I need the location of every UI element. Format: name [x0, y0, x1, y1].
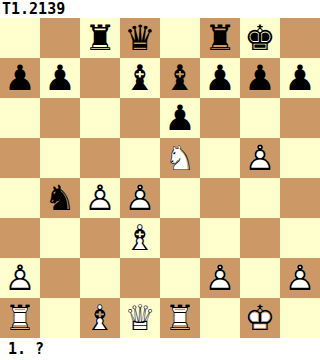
square-d2[interactable]	[120, 258, 160, 298]
black-rook-piece: ♜	[80, 18, 120, 58]
black-rook-piece: ♜	[200, 18, 240, 58]
black-queen-piece: ♛	[120, 18, 160, 58]
square-b1[interactable]	[40, 298, 80, 338]
square-c2[interactable]	[80, 258, 120, 298]
square-b2[interactable]	[40, 258, 80, 298]
square-h8[interactable]	[280, 18, 320, 58]
square-d8[interactable]: ♛	[120, 18, 160, 58]
square-d5[interactable]	[120, 138, 160, 178]
square-e3[interactable]	[160, 218, 200, 258]
square-g8[interactable]: ♚	[240, 18, 280, 58]
black-pawn-piece: ♟	[240, 58, 280, 98]
square-b4[interactable]: ♞	[40, 178, 80, 218]
square-g2[interactable]	[240, 258, 280, 298]
square-h1[interactable]	[280, 298, 320, 338]
black-pawn-piece: ♟	[160, 98, 200, 138]
square-f7[interactable]: ♟	[200, 58, 240, 98]
square-h5[interactable]	[280, 138, 320, 178]
square-c3[interactable]	[80, 218, 120, 258]
square-b6[interactable]	[40, 98, 80, 138]
square-d1[interactable]: ♛♕	[120, 298, 160, 338]
square-g4[interactable]	[240, 178, 280, 218]
square-f4[interactable]	[200, 178, 240, 218]
square-a8[interactable]	[0, 18, 40, 58]
square-c4[interactable]: ♟♙	[80, 178, 120, 218]
square-c7[interactable]	[80, 58, 120, 98]
black-bishop-piece: ♝	[120, 58, 160, 98]
square-a6[interactable]	[0, 98, 40, 138]
square-e1[interactable]: ♜♖	[160, 298, 200, 338]
square-d3[interactable]: ♝♗	[120, 218, 160, 258]
square-e7[interactable]: ♝	[160, 58, 200, 98]
square-h7[interactable]: ♟	[280, 58, 320, 98]
square-a2[interactable]: ♟♙	[0, 258, 40, 298]
white-bishop-outline: ♗	[120, 218, 160, 258]
black-bishop-piece: ♝	[160, 58, 200, 98]
puzzle-id-label: T1.2139	[0, 0, 320, 18]
square-d7[interactable]: ♝	[120, 58, 160, 98]
square-h4[interactable]	[280, 178, 320, 218]
square-a1[interactable]: ♜♖	[0, 298, 40, 338]
square-g5[interactable]: ♟♙	[240, 138, 280, 178]
square-b8[interactable]	[40, 18, 80, 58]
chess-board[interactable]: ♜♛♜♚♟♟♝♝♟♟♟♟♞♘♟♙♞♟♙♟♙♝♗♟♙♟♙♟♙♜♖♝♗♛♕♜♖♚♔	[0, 18, 320, 338]
square-f5[interactable]	[200, 138, 240, 178]
white-rook-outline: ♖	[160, 298, 200, 338]
square-h2[interactable]: ♟♙	[280, 258, 320, 298]
black-pawn-piece: ♟	[40, 58, 80, 98]
black-knight-piece: ♞	[40, 178, 80, 218]
square-b7[interactable]: ♟	[40, 58, 80, 98]
square-g7[interactable]: ♟	[240, 58, 280, 98]
white-pawn-outline: ♙	[120, 178, 160, 218]
white-knight-outline: ♘	[160, 138, 200, 178]
square-f8[interactable]: ♜	[200, 18, 240, 58]
white-pawn-outline: ♙	[240, 138, 280, 178]
white-pawn-outline: ♙	[200, 258, 240, 298]
white-rook-outline: ♖	[0, 298, 40, 338]
square-a3[interactable]	[0, 218, 40, 258]
square-e6[interactable]: ♟	[160, 98, 200, 138]
white-pawn-outline: ♙	[0, 258, 40, 298]
square-a7[interactable]: ♟	[0, 58, 40, 98]
square-e5[interactable]: ♞♘	[160, 138, 200, 178]
black-king-piece: ♚	[240, 18, 280, 58]
white-pawn-outline: ♙	[80, 178, 120, 218]
square-h3[interactable]	[280, 218, 320, 258]
square-b3[interactable]	[40, 218, 80, 258]
square-f2[interactable]: ♟♙	[200, 258, 240, 298]
white-bishop-outline: ♗	[80, 298, 120, 338]
square-a4[interactable]	[0, 178, 40, 218]
square-g3[interactable]	[240, 218, 280, 258]
square-e8[interactable]	[160, 18, 200, 58]
square-c8[interactable]: ♜	[80, 18, 120, 58]
move-prompt-label: 1. ?	[0, 338, 320, 360]
square-c6[interactable]	[80, 98, 120, 138]
square-f6[interactable]	[200, 98, 240, 138]
black-pawn-piece: ♟	[0, 58, 40, 98]
black-pawn-piece: ♟	[280, 58, 320, 98]
square-d6[interactable]	[120, 98, 160, 138]
square-d4[interactable]: ♟♙	[120, 178, 160, 218]
square-f3[interactable]	[200, 218, 240, 258]
square-h6[interactable]	[280, 98, 320, 138]
square-e2[interactable]	[160, 258, 200, 298]
square-f1[interactable]	[200, 298, 240, 338]
white-pawn-outline: ♙	[280, 258, 320, 298]
white-king-outline: ♔	[240, 298, 280, 338]
square-e4[interactable]	[160, 178, 200, 218]
square-g1[interactable]: ♚♔	[240, 298, 280, 338]
white-queen-outline: ♕	[120, 298, 160, 338]
square-a5[interactable]	[0, 138, 40, 178]
square-c5[interactable]	[80, 138, 120, 178]
square-b5[interactable]	[40, 138, 80, 178]
chess-diagram-window: T1.2139 ♜♛♜♚♟♟♝♝♟♟♟♟♞♘♟♙♞♟♙♟♙♝♗♟♙♟♙♟♙♜♖♝…	[0, 0, 320, 360]
square-g6[interactable]	[240, 98, 280, 138]
black-pawn-piece: ♟	[200, 58, 240, 98]
square-c1[interactable]: ♝♗	[80, 298, 120, 338]
